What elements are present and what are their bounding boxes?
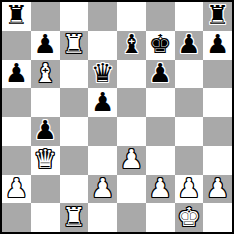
white-rook-piece[interactable]: ♜	[62, 204, 85, 230]
square-b3[interactable]: ♛	[31, 146, 60, 175]
square-e7[interactable]: ♝	[117, 31, 146, 60]
white-pawn-piece[interactable]: ♟	[120, 146, 143, 172]
square-d2[interactable]: ♟	[88, 175, 117, 204]
square-g7[interactable]: ♟	[175, 31, 204, 60]
square-e3[interactable]: ♟	[117, 146, 146, 175]
square-d5[interactable]: ♟	[88, 88, 117, 117]
black-rook-piece[interactable]: ♜	[206, 2, 229, 28]
square-a2[interactable]: ♟	[2, 175, 31, 204]
square-f4[interactable]	[146, 117, 175, 146]
square-f6[interactable]: ♟	[146, 60, 175, 89]
square-g6[interactable]	[175, 60, 204, 89]
square-c5[interactable]	[60, 88, 89, 117]
white-queen-piece[interactable]: ♛	[33, 146, 56, 172]
black-bishop-piece[interactable]: ♝	[120, 31, 143, 57]
square-b6[interactable]: ♝	[31, 60, 60, 89]
square-c6[interactable]	[60, 60, 89, 89]
square-f2[interactable]: ♟	[146, 175, 175, 204]
square-h4[interactable]	[203, 117, 232, 146]
white-king-piece[interactable]: ♚	[177, 204, 200, 230]
black-pawn-piece[interactable]: ♟	[206, 31, 229, 57]
black-king-piece[interactable]: ♚	[148, 31, 171, 57]
square-b4[interactable]: ♟	[31, 117, 60, 146]
square-h2[interactable]: ♟	[203, 175, 232, 204]
square-a7[interactable]	[2, 31, 31, 60]
square-f7[interactable]: ♚	[146, 31, 175, 60]
square-f5[interactable]	[146, 88, 175, 117]
square-e1[interactable]	[117, 203, 146, 232]
black-pawn-piece[interactable]: ♟	[177, 31, 200, 57]
square-c4[interactable]	[60, 117, 89, 146]
square-a6[interactable]: ♟	[2, 60, 31, 89]
square-a8[interactable]: ♜	[2, 2, 31, 31]
white-pawn-piece[interactable]: ♟	[148, 175, 171, 201]
square-a5[interactable]	[2, 88, 31, 117]
square-b2[interactable]	[31, 175, 60, 204]
square-f1[interactable]	[146, 203, 175, 232]
square-b7[interactable]: ♟	[31, 31, 60, 60]
square-a1[interactable]	[2, 203, 31, 232]
square-c3[interactable]	[60, 146, 89, 175]
square-g5[interactable]	[175, 88, 204, 117]
square-e8[interactable]	[117, 2, 146, 31]
square-d4[interactable]	[88, 117, 117, 146]
square-d7[interactable]	[88, 31, 117, 60]
white-bishop-piece[interactable]: ♝	[33, 60, 56, 86]
white-pawn-piece[interactable]: ♟	[5, 175, 28, 201]
square-g8[interactable]	[175, 2, 204, 31]
square-h8[interactable]: ♜	[203, 2, 232, 31]
black-queen-piece[interactable]: ♛	[91, 60, 114, 86]
square-a4[interactable]	[2, 117, 31, 146]
black-pawn-piece[interactable]: ♟	[33, 31, 56, 57]
square-e5[interactable]	[117, 88, 146, 117]
square-g4[interactable]	[175, 117, 204, 146]
white-pawn-piece[interactable]: ♟	[177, 175, 200, 201]
square-f3[interactable]	[146, 146, 175, 175]
square-d6[interactable]: ♛	[88, 60, 117, 89]
square-h6[interactable]	[203, 60, 232, 89]
white-pawn-piece[interactable]: ♟	[206, 175, 229, 201]
square-d1[interactable]	[88, 203, 117, 232]
square-h1[interactable]	[203, 203, 232, 232]
square-c1[interactable]: ♜	[60, 203, 89, 232]
square-f8[interactable]	[146, 2, 175, 31]
square-g3[interactable]	[175, 146, 204, 175]
square-g2[interactable]: ♟	[175, 175, 204, 204]
square-c8[interactable]	[60, 2, 89, 31]
square-h7[interactable]: ♟	[203, 31, 232, 60]
square-h5[interactable]	[203, 88, 232, 117]
square-b1[interactable]	[31, 203, 60, 232]
square-e4[interactable]	[117, 117, 146, 146]
black-pawn-piece[interactable]: ♟	[5, 60, 28, 86]
square-b5[interactable]	[31, 88, 60, 117]
square-e6[interactable]	[117, 60, 146, 89]
black-rook-piece[interactable]: ♜	[5, 2, 28, 28]
black-pawn-piece[interactable]: ♟	[33, 117, 56, 143]
square-d8[interactable]	[88, 2, 117, 31]
black-pawn-piece[interactable]: ♟	[91, 89, 114, 115]
square-a3[interactable]	[2, 146, 31, 175]
square-c2[interactable]	[60, 175, 89, 204]
square-e2[interactable]	[117, 175, 146, 204]
white-pawn-piece[interactable]: ♟	[91, 175, 114, 201]
chess-board: ♜♜♟♜♝♚♟♟♟♝♛♟♟♟♛♟♟♟♟♟♟♜♚	[0, 0, 234, 234]
black-pawn-piece[interactable]: ♟	[148, 60, 171, 86]
white-rook-piece[interactable]: ♜	[62, 31, 85, 57]
square-h3[interactable]	[203, 146, 232, 175]
square-g1[interactable]: ♚	[175, 203, 204, 232]
square-d3[interactable]	[88, 146, 117, 175]
square-c7[interactable]: ♜	[60, 31, 89, 60]
square-b8[interactable]	[31, 2, 60, 31]
